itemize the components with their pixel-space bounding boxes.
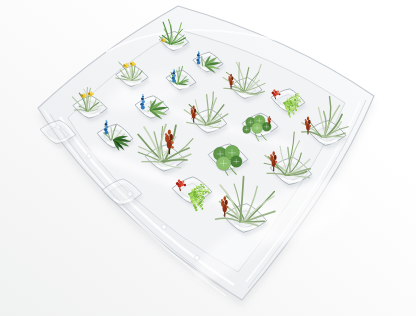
rim-bump	[162, 225, 167, 230]
tray-photo-svg	[0, 0, 416, 316]
rim-bump	[195, 256, 200, 261]
product-photo-stage	[0, 0, 416, 316]
rim-bump	[87, 154, 92, 159]
